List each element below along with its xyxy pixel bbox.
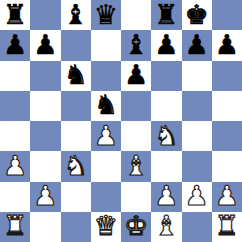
- white-pawn-piece[interactable]: ♟: [154, 182, 178, 209]
- square-d1[interactable]: ♛: [91, 212, 121, 242]
- white-bishop-piece[interactable]: ♝: [154, 212, 178, 239]
- square-a4[interactable]: [0, 121, 30, 151]
- square-e6[interactable]: ♟: [121, 61, 151, 91]
- square-g2[interactable]: ♟: [182, 182, 212, 212]
- square-b3[interactable]: [30, 151, 60, 181]
- square-e7[interactable]: ♝: [121, 30, 151, 60]
- white-knight-piece[interactable]: ♞: [154, 122, 178, 149]
- square-f8[interactable]: ♜: [151, 0, 181, 30]
- square-g7[interactable]: ♟: [182, 30, 212, 60]
- square-e1[interactable]: ♚: [121, 212, 151, 242]
- black-pawn-piece[interactable]: ♟: [215, 31, 239, 58]
- black-queen-piece[interactable]: ♛: [94, 1, 118, 28]
- square-h6[interactable]: [212, 61, 242, 91]
- black-rook-piece[interactable]: ♜: [3, 1, 27, 28]
- white-pawn-piece[interactable]: ♟: [3, 152, 27, 179]
- square-a1[interactable]: ♜: [0, 212, 30, 242]
- square-d4[interactable]: ♟: [91, 121, 121, 151]
- square-b2[interactable]: ♟: [30, 182, 60, 212]
- black-pawn-piece[interactable]: ♟: [124, 61, 148, 88]
- square-c3[interactable]: ♞: [61, 151, 91, 181]
- black-knight-piece[interactable]: ♞: [64, 61, 88, 88]
- square-d3[interactable]: [91, 151, 121, 181]
- square-f5[interactable]: [151, 91, 181, 121]
- white-king-piece[interactable]: ♚: [124, 212, 148, 239]
- square-d5[interactable]: ♞: [91, 91, 121, 121]
- square-b1[interactable]: [30, 212, 60, 242]
- square-h1[interactable]: ♜: [212, 212, 242, 242]
- square-h8[interactable]: [212, 0, 242, 30]
- square-g8[interactable]: ♚: [182, 0, 212, 30]
- square-e3[interactable]: ♝: [121, 151, 151, 181]
- square-f2[interactable]: ♟: [151, 182, 181, 212]
- square-b6[interactable]: [30, 61, 60, 91]
- white-pawn-piece[interactable]: ♟: [185, 182, 209, 209]
- square-h4[interactable]: [212, 121, 242, 151]
- square-b7[interactable]: ♟: [30, 30, 60, 60]
- square-f3[interactable]: [151, 151, 181, 181]
- white-rook-piece[interactable]: ♜: [215, 212, 239, 239]
- square-d2[interactable]: [91, 182, 121, 212]
- square-h3[interactable]: [212, 151, 242, 181]
- white-rook-piece[interactable]: ♜: [3, 212, 27, 239]
- black-pawn-piece[interactable]: ♟: [3, 31, 27, 58]
- square-b5[interactable]: [30, 91, 60, 121]
- square-c7[interactable]: [61, 30, 91, 60]
- black-pawn-piece[interactable]: ♟: [33, 31, 57, 58]
- square-g6[interactable]: [182, 61, 212, 91]
- black-pawn-piece[interactable]: ♟: [154, 31, 178, 58]
- square-g5[interactable]: [182, 91, 212, 121]
- square-f7[interactable]: ♟: [151, 30, 181, 60]
- square-c2[interactable]: [61, 182, 91, 212]
- chess-board-container: ♜♝♛♜♚♟♟♝♟♟♟♞♟♞♟♞♟♞♝♟♟♟♟♜♛♚♝♜: [0, 0, 242, 242]
- square-h2[interactable]: ♟: [212, 182, 242, 212]
- square-a8[interactable]: ♜: [0, 0, 30, 30]
- square-a3[interactable]: ♟: [0, 151, 30, 181]
- square-f4[interactable]: ♞: [151, 121, 181, 151]
- square-a2[interactable]: [0, 182, 30, 212]
- white-bishop-piece[interactable]: ♝: [124, 152, 148, 179]
- black-king-piece[interactable]: ♚: [185, 1, 209, 28]
- square-h7[interactable]: ♟: [212, 30, 242, 60]
- square-e5[interactable]: [121, 91, 151, 121]
- black-pawn-piece[interactable]: ♟: [185, 31, 209, 58]
- square-c4[interactable]: [61, 121, 91, 151]
- white-pawn-piece[interactable]: ♟: [33, 182, 57, 209]
- square-g1[interactable]: [182, 212, 212, 242]
- square-e4[interactable]: [121, 121, 151, 151]
- white-pawn-piece[interactable]: ♟: [94, 122, 118, 149]
- square-c5[interactable]: [61, 91, 91, 121]
- square-d8[interactable]: ♛: [91, 0, 121, 30]
- square-f6[interactable]: [151, 61, 181, 91]
- square-a6[interactable]: [0, 61, 30, 91]
- black-bishop-piece[interactable]: ♝: [124, 31, 148, 58]
- square-g4[interactable]: [182, 121, 212, 151]
- black-rook-piece[interactable]: ♜: [154, 1, 178, 28]
- chess-board: ♜♝♛♜♚♟♟♝♟♟♟♞♟♞♟♞♟♞♝♟♟♟♟♜♛♚♝♜: [0, 0, 242, 242]
- square-c1[interactable]: [61, 212, 91, 242]
- square-d6[interactable]: [91, 61, 121, 91]
- square-b8[interactable]: [30, 0, 60, 30]
- white-knight-piece[interactable]: ♞: [64, 152, 88, 179]
- white-pawn-piece[interactable]: ♟: [215, 182, 239, 209]
- black-bishop-piece[interactable]: ♝: [64, 1, 88, 28]
- square-c8[interactable]: ♝: [61, 0, 91, 30]
- white-queen-piece[interactable]: ♛: [94, 212, 118, 239]
- black-knight-piece[interactable]: ♞: [94, 91, 118, 118]
- square-e8[interactable]: [121, 0, 151, 30]
- square-a7[interactable]: ♟: [0, 30, 30, 60]
- square-g3[interactable]: [182, 151, 212, 181]
- square-c6[interactable]: ♞: [61, 61, 91, 91]
- square-a5[interactable]: [0, 91, 30, 121]
- square-e2[interactable]: [121, 182, 151, 212]
- square-d7[interactable]: [91, 30, 121, 60]
- square-h5[interactable]: [212, 91, 242, 121]
- square-b4[interactable]: [30, 121, 60, 151]
- square-f1[interactable]: ♝: [151, 212, 181, 242]
